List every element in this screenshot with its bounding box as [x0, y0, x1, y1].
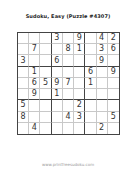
sudoku-cell-r4c5: [63, 67, 74, 78]
sudoku-cell-r3c8: 9: [97, 55, 108, 66]
sudoku-board: 394278136369169659719152843542: [17, 32, 120, 135]
sudoku-cell-r1c1: [18, 33, 29, 44]
sudoku-cell-r4c9: 9: [108, 67, 119, 78]
sudoku-cell-r1c6: 9: [74, 33, 85, 44]
sudoku-cell-r8c9: 5: [108, 112, 119, 123]
sudoku-cell-r6c3: [40, 89, 51, 100]
sudoku-cell-r7c9: [108, 100, 119, 111]
sudoku-cell-r9c9: [108, 123, 119, 134]
sudoku-cell-r6c4: 1: [52, 89, 63, 100]
sudoku-cell-r5c2: 6: [29, 78, 40, 89]
sudoku-cell-r8c6: 3: [74, 112, 85, 123]
sudoku-cell-r4c2: 1: [29, 67, 40, 78]
sudoku-cell-r7c3: [40, 100, 51, 111]
sudoku-cell-r3c2: [29, 55, 40, 66]
sudoku-cell-r2c4: [52, 44, 63, 55]
sudoku-cell-r7c5: [63, 100, 74, 111]
footer-url: www.printfreesudoku.com: [0, 162, 136, 167]
sudoku-cell-r6c1: [18, 89, 29, 100]
sudoku-cell-r1c2: [29, 33, 40, 44]
sudoku-cell-r2c8: 3: [97, 44, 108, 55]
sudoku-cell-r2c5: 8: [63, 44, 74, 55]
sudoku-cell-r1c4: 3: [52, 33, 63, 44]
page-title: Sudoku, Easy (Puzzle #4307): [0, 13, 136, 19]
sudoku-cell-r9c4: [52, 123, 63, 134]
sudoku-cell-r5c3: 5: [40, 78, 51, 89]
sudoku-cell-r3c4: 6: [52, 55, 63, 66]
sudoku-cell-r8c5: 4: [63, 112, 74, 123]
sudoku-cell-r7c8: [97, 100, 108, 111]
sudoku-cell-r3c6: [74, 55, 85, 66]
sudoku-cell-r9c1: [18, 123, 29, 134]
sudoku-cell-r2c1: [18, 44, 29, 55]
sudoku-cell-r5c9: [108, 78, 119, 89]
sudoku-cell-r5c8: [97, 78, 108, 89]
sudoku-cell-r5c4: 9: [52, 78, 63, 89]
sudoku-cell-r3c7: [85, 55, 96, 66]
sudoku-cell-r3c3: [40, 55, 51, 66]
sudoku-cell-r2c7: [85, 44, 96, 55]
sudoku-cell-r4c8: [97, 67, 108, 78]
sudoku-cell-r5c1: [18, 78, 29, 89]
sudoku-cell-r7c6: 2: [74, 100, 85, 111]
sudoku-cell-r6c5: [63, 89, 74, 100]
sudoku-cell-r3c5: [63, 55, 74, 66]
sudoku-cell-r8c8: [97, 112, 108, 123]
sudoku-cell-r2c3: [40, 44, 51, 55]
sudoku-cell-r7c1: 5: [18, 100, 29, 111]
sudoku-cell-r8c2: [29, 112, 40, 123]
sudoku-cell-r3c9: [108, 55, 119, 66]
sudoku-cell-r7c4: [52, 100, 63, 111]
sudoku-cell-r3c1: 3: [18, 55, 29, 66]
sudoku-cell-r6c8: [97, 89, 108, 100]
sudoku-cell-r9c7: [85, 123, 96, 134]
sudoku-cell-r4c1: [18, 67, 29, 78]
sudoku-cell-r6c6: [74, 89, 85, 100]
sudoku-cell-r4c3: [40, 67, 51, 78]
sudoku-cell-r8c3: [40, 112, 51, 123]
sudoku-cell-r9c8: 2: [97, 123, 108, 134]
sudoku-cell-r9c2: 4: [29, 123, 40, 134]
sudoku-cell-r1c5: [63, 33, 74, 44]
sudoku-cell-r1c3: [40, 33, 51, 44]
sudoku-cell-r6c7: [85, 89, 96, 100]
sudoku-cell-r9c5: [63, 123, 74, 134]
sudoku-cell-r2c9: 6: [108, 44, 119, 55]
sudoku-cell-r4c6: [74, 67, 85, 78]
sudoku-cell-r5c5: 7: [63, 78, 74, 89]
sudoku-cell-r4c4: [52, 67, 63, 78]
sudoku-cell-r9c3: [40, 123, 51, 134]
sudoku-cell-r7c7: [85, 100, 96, 111]
sudoku-cell-r5c6: [74, 78, 85, 89]
sudoku-cell-r9c6: [74, 123, 85, 134]
sudoku-cell-r1c7: [85, 33, 96, 44]
sudoku-cell-r6c2: 9: [29, 89, 40, 100]
sudoku-cell-r7c2: [29, 100, 40, 111]
sudoku-cell-r8c7: [85, 112, 96, 123]
sudoku-cell-r1c9: 2: [108, 33, 119, 44]
sudoku-cell-r2c2: 7: [29, 44, 40, 55]
sudoku-cell-r8c4: [52, 112, 63, 123]
sudoku-cell-r5c7: 1: [85, 78, 96, 89]
sudoku-cell-r1c8: 4: [97, 33, 108, 44]
sudoku-cell-r4c7: 6: [85, 67, 96, 78]
sudoku-cell-r8c1: 8: [18, 112, 29, 123]
sudoku-cell-r6c9: [108, 89, 119, 100]
sudoku-cell-r2c6: 1: [74, 44, 85, 55]
